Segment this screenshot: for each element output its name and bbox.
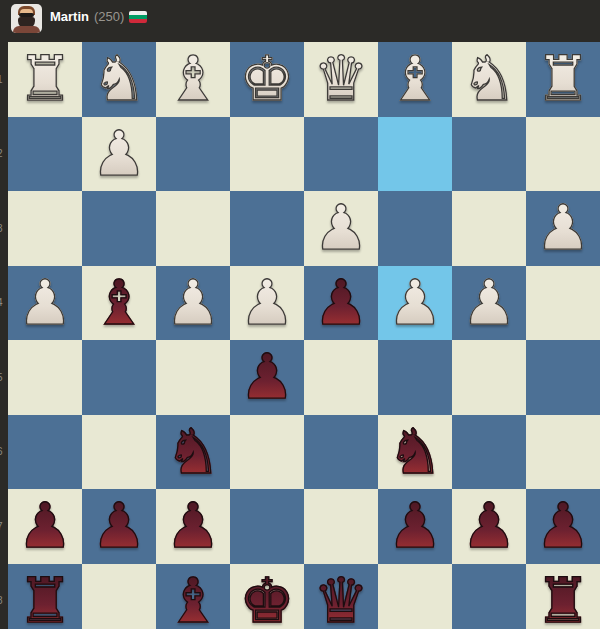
piece-bB-g4[interactable]: ♝ xyxy=(82,266,156,341)
opponent-player-bar: Martin (250) xyxy=(0,0,600,42)
piece-wN-g1[interactable]: ♞ xyxy=(82,42,156,117)
square-c4[interactable]: ♟ xyxy=(378,266,452,341)
square-c7[interactable]: ♟ xyxy=(378,489,452,564)
square-g8[interactable] xyxy=(82,564,156,629)
square-b3[interactable] xyxy=(452,191,526,266)
piece-wP-b4[interactable]: ♟ xyxy=(452,266,526,341)
square-h6[interactable] xyxy=(8,415,82,490)
opponent-rating: (250) xyxy=(94,9,124,24)
piece-bK-e8[interactable]: ♚ xyxy=(230,564,304,629)
piece-bP-h7[interactable]: ♟ xyxy=(8,489,82,564)
square-b6[interactable] xyxy=(452,415,526,490)
piece-bR-h8[interactable]: ♜ xyxy=(8,564,82,629)
square-g7[interactable]: ♟ xyxy=(82,489,156,564)
square-a3[interactable]: ♟ xyxy=(526,191,600,266)
square-f8[interactable]: ♝ xyxy=(156,564,230,629)
square-d2[interactable] xyxy=(304,117,378,192)
square-e7[interactable] xyxy=(230,489,304,564)
piece-bP-d4[interactable]: ♟ xyxy=(304,266,378,341)
square-e4[interactable]: ♟ xyxy=(230,266,304,341)
square-f1[interactable]: ♝ xyxy=(156,42,230,117)
piece-bR-a8[interactable]: ♜ xyxy=(526,564,600,629)
square-h3[interactable] xyxy=(8,191,82,266)
square-b8[interactable] xyxy=(452,564,526,629)
square-g1[interactable]: ♞ xyxy=(82,42,156,117)
square-g6[interactable] xyxy=(82,415,156,490)
avatar-shirt xyxy=(13,26,40,33)
square-c5[interactable] xyxy=(378,340,452,415)
piece-bB-f8[interactable]: ♝ xyxy=(156,564,230,629)
square-c2[interactable] xyxy=(378,117,452,192)
square-g4[interactable]: ♝ xyxy=(82,266,156,341)
square-d1[interactable]: ♛ xyxy=(304,42,378,117)
piece-bP-a7[interactable]: ♟ xyxy=(526,489,600,564)
piece-bQ-d8[interactable]: ♛ xyxy=(304,564,378,629)
square-h2[interactable] xyxy=(8,117,82,192)
square-b4[interactable]: ♟ xyxy=(452,266,526,341)
piece-wP-f4[interactable]: ♟ xyxy=(156,266,230,341)
square-e3[interactable] xyxy=(230,191,304,266)
opponent-avatar[interactable] xyxy=(11,4,42,33)
square-d6[interactable] xyxy=(304,415,378,490)
square-d8[interactable]: ♛ xyxy=(304,564,378,629)
piece-bP-f7[interactable]: ♟ xyxy=(156,489,230,564)
rank-coordinates: 12345678 xyxy=(0,42,8,629)
square-f5[interactable] xyxy=(156,340,230,415)
square-e8[interactable]: ♚ xyxy=(230,564,304,629)
square-d4[interactable]: ♟ xyxy=(304,266,378,341)
piece-bN-c6[interactable]: ♞ xyxy=(378,415,452,490)
rank-label-4: 4 xyxy=(0,266,5,341)
square-c8[interactable] xyxy=(378,564,452,629)
piece-wB-f1[interactable]: ♝ xyxy=(156,42,230,117)
piece-wP-d3[interactable]: ♟ xyxy=(304,191,378,266)
square-b5[interactable] xyxy=(452,340,526,415)
square-f6[interactable]: ♞ xyxy=(156,415,230,490)
square-d5[interactable] xyxy=(304,340,378,415)
square-b2[interactable] xyxy=(452,117,526,192)
square-f7[interactable]: ♟ xyxy=(156,489,230,564)
square-f3[interactable] xyxy=(156,191,230,266)
bulgaria-flag-icon xyxy=(129,11,147,23)
opponent-name[interactable]: Martin xyxy=(50,9,89,24)
square-b7[interactable]: ♟ xyxy=(452,489,526,564)
square-h1[interactable]: ♜ xyxy=(8,42,82,117)
square-g3[interactable] xyxy=(82,191,156,266)
piece-bN-f6[interactable]: ♞ xyxy=(156,415,230,490)
square-f4[interactable]: ♟ xyxy=(156,266,230,341)
square-c1[interactable]: ♝ xyxy=(378,42,452,117)
rank-label-8: 8 xyxy=(0,564,5,629)
square-c6[interactable]: ♞ xyxy=(378,415,452,490)
square-b1[interactable]: ♞ xyxy=(452,42,526,117)
square-a5[interactable] xyxy=(526,340,600,415)
piece-wB-c1[interactable]: ♝ xyxy=(378,42,452,117)
square-h8[interactable]: ♜ xyxy=(8,564,82,629)
square-a7[interactable]: ♟ xyxy=(526,489,600,564)
square-h7[interactable]: ♟ xyxy=(8,489,82,564)
piece-wP-a3[interactable]: ♟ xyxy=(526,191,600,266)
square-g5[interactable] xyxy=(82,340,156,415)
rank-label-2: 2 xyxy=(0,117,5,192)
piece-bP-g7[interactable]: ♟ xyxy=(82,489,156,564)
square-d7[interactable] xyxy=(304,489,378,564)
square-e6[interactable] xyxy=(230,415,304,490)
piece-wP-e4[interactable]: ♟ xyxy=(230,266,304,341)
piece-bP-c7[interactable]: ♟ xyxy=(378,489,452,564)
opponent-name-row: Martin (250) xyxy=(50,9,147,24)
rank-label-5: 5 xyxy=(0,340,5,415)
piece-wR-a1[interactable]: ♜ xyxy=(526,42,600,117)
square-c3[interactable] xyxy=(378,191,452,266)
piece-wK-e1[interactable]: ♚ xyxy=(230,42,304,117)
square-e5[interactable]: ♟ xyxy=(230,340,304,415)
square-h4[interactable]: ♟ xyxy=(8,266,82,341)
piece-bP-b7[interactable]: ♟ xyxy=(452,489,526,564)
game-screen: Martin (250) 12345678 ♜♞♝♚♛♝♞♜♟♟♟♟♝♟♟♟♟♟… xyxy=(0,0,600,629)
piece-wP-h4[interactable]: ♟ xyxy=(8,266,82,341)
square-g2[interactable]: ♟ xyxy=(82,117,156,192)
chess-board: ♜♞♝♚♛♝♞♜♟♟♟♟♝♟♟♟♟♟♟♞♞♟♟♟♟♟♟♜♝♚♛♜ xyxy=(8,42,600,629)
rank-label-3: 3 xyxy=(0,191,5,266)
piece-wN-b1[interactable]: ♞ xyxy=(452,42,526,117)
square-e1[interactable]: ♚ xyxy=(230,42,304,117)
piece-wQ-d1[interactable]: ♛ xyxy=(304,42,378,117)
rank-label-6: 6 xyxy=(0,415,5,490)
piece-bP-e5[interactable]: ♟ xyxy=(230,340,304,415)
piece-wP-g2[interactable]: ♟ xyxy=(82,117,156,192)
rank-label-7: 7 xyxy=(0,489,5,564)
square-a6[interactable] xyxy=(526,415,600,490)
square-f2[interactable] xyxy=(156,117,230,192)
square-a1[interactable]: ♜ xyxy=(526,42,600,117)
square-a8[interactable]: ♜ xyxy=(526,564,600,629)
piece-wP-c4[interactable]: ♟ xyxy=(378,266,452,341)
square-a4[interactable] xyxy=(526,266,600,341)
square-a2[interactable] xyxy=(526,117,600,192)
square-e2[interactable] xyxy=(230,117,304,192)
square-h5[interactable] xyxy=(8,340,82,415)
rank-label-1: 1 xyxy=(0,42,5,117)
square-d3[interactable]: ♟ xyxy=(304,191,378,266)
piece-wR-h1[interactable]: ♜ xyxy=(8,42,82,117)
